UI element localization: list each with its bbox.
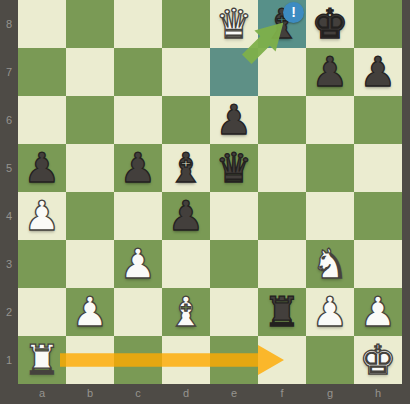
square-c4[interactable] bbox=[114, 192, 162, 240]
square-h8[interactable] bbox=[354, 0, 402, 48]
square-d1[interactable] bbox=[162, 336, 210, 384]
file-label-f: f bbox=[258, 384, 306, 404]
rank-label-5: 5 bbox=[0, 144, 18, 192]
square-a1[interactable]: ♜ bbox=[18, 336, 66, 384]
square-f2[interactable]: ♜ bbox=[258, 288, 306, 336]
square-d2[interactable]: ♝ bbox=[162, 288, 210, 336]
square-d7[interactable] bbox=[162, 48, 210, 96]
square-e1[interactable] bbox=[210, 336, 258, 384]
square-f8[interactable]: ♝ bbox=[258, 0, 306, 48]
square-h3[interactable] bbox=[354, 240, 402, 288]
square-g2[interactable]: ♟ bbox=[306, 288, 354, 336]
file-labels: abcdefgh bbox=[18, 384, 402, 404]
piece-white-pawn[interactable]: ♟ bbox=[306, 288, 354, 336]
piece-white-king[interactable]: ♚ bbox=[354, 336, 402, 384]
square-h6[interactable] bbox=[354, 96, 402, 144]
square-c5[interactable]: ♟ bbox=[114, 144, 162, 192]
piece-white-bishop[interactable]: ♝ bbox=[162, 288, 210, 336]
square-b7[interactable] bbox=[66, 48, 114, 96]
square-c2[interactable] bbox=[114, 288, 162, 336]
square-g4[interactable] bbox=[306, 192, 354, 240]
piece-white-pawn[interactable]: ♟ bbox=[66, 288, 114, 336]
file-label-b: b bbox=[66, 384, 114, 404]
square-d3[interactable] bbox=[162, 240, 210, 288]
chess-board[interactable]: ♛♝♚♟♟♟♟♟♝♛♟♟♟♞♟♝♜♟♟♜♚ bbox=[18, 0, 402, 384]
square-e8[interactable]: ♛ bbox=[210, 0, 258, 48]
square-f6[interactable] bbox=[258, 96, 306, 144]
square-g1[interactable] bbox=[306, 336, 354, 384]
file-label-d: d bbox=[162, 384, 210, 404]
piece-white-pawn[interactable]: ♟ bbox=[354, 288, 402, 336]
square-g5[interactable] bbox=[306, 144, 354, 192]
square-d5[interactable]: ♝ bbox=[162, 144, 210, 192]
square-e2[interactable] bbox=[210, 288, 258, 336]
piece-white-pawn[interactable]: ♟ bbox=[18, 192, 66, 240]
square-b1[interactable] bbox=[66, 336, 114, 384]
file-label-a: a bbox=[18, 384, 66, 404]
rank-label-2: 2 bbox=[0, 288, 18, 336]
square-e7[interactable] bbox=[210, 48, 258, 96]
square-g8[interactable]: ♚ bbox=[306, 0, 354, 48]
rank-label-4: 4 bbox=[0, 192, 18, 240]
square-a5[interactable]: ♟ bbox=[18, 144, 66, 192]
square-g7[interactable]: ♟ bbox=[306, 48, 354, 96]
chess-app-stage: 87654321 ♛♝♚♟♟♟♟♟♝♛♟♟♟♞♟♝♜♟♟♜♚ abcdefgh … bbox=[0, 0, 410, 404]
file-label-c: c bbox=[114, 384, 162, 404]
square-a3[interactable] bbox=[18, 240, 66, 288]
file-label-g: g bbox=[306, 384, 354, 404]
square-b6[interactable] bbox=[66, 96, 114, 144]
piece-black-bishop[interactable]: ♝ bbox=[258, 0, 306, 48]
square-e6[interactable]: ♟ bbox=[210, 96, 258, 144]
piece-black-pawn[interactable]: ♟ bbox=[210, 96, 258, 144]
square-f1[interactable] bbox=[258, 336, 306, 384]
square-e3[interactable] bbox=[210, 240, 258, 288]
piece-white-knight[interactable]: ♞ bbox=[306, 240, 354, 288]
square-f7[interactable] bbox=[258, 48, 306, 96]
square-c8[interactable] bbox=[114, 0, 162, 48]
piece-black-pawn[interactable]: ♟ bbox=[162, 192, 210, 240]
square-a4[interactable]: ♟ bbox=[18, 192, 66, 240]
file-label-e: e bbox=[210, 384, 258, 404]
piece-black-queen[interactable]: ♛ bbox=[210, 144, 258, 192]
square-e4[interactable] bbox=[210, 192, 258, 240]
square-h1[interactable]: ♚ bbox=[354, 336, 402, 384]
square-c1[interactable] bbox=[114, 336, 162, 384]
square-f3[interactable] bbox=[258, 240, 306, 288]
piece-black-pawn[interactable]: ♟ bbox=[354, 48, 402, 96]
rank-label-3: 3 bbox=[0, 240, 18, 288]
square-e5[interactable]: ♛ bbox=[210, 144, 258, 192]
piece-black-king[interactable]: ♚ bbox=[306, 0, 354, 48]
square-d6[interactable] bbox=[162, 96, 210, 144]
square-b5[interactable] bbox=[66, 144, 114, 192]
rank-label-1: 1 bbox=[0, 336, 18, 384]
square-g3[interactable]: ♞ bbox=[306, 240, 354, 288]
square-f5[interactable] bbox=[258, 144, 306, 192]
square-d8[interactable] bbox=[162, 0, 210, 48]
square-b3[interactable] bbox=[66, 240, 114, 288]
piece-black-pawn[interactable]: ♟ bbox=[306, 48, 354, 96]
square-a6[interactable] bbox=[18, 96, 66, 144]
square-h5[interactable] bbox=[354, 144, 402, 192]
square-g6[interactable] bbox=[306, 96, 354, 144]
square-c7[interactable] bbox=[114, 48, 162, 96]
square-c3[interactable]: ♟ bbox=[114, 240, 162, 288]
piece-black-rook[interactable]: ♜ bbox=[258, 288, 306, 336]
rank-label-8: 8 bbox=[0, 0, 18, 48]
rank-labels: 87654321 bbox=[0, 0, 18, 384]
square-a2[interactable] bbox=[18, 288, 66, 336]
square-a7[interactable] bbox=[18, 48, 66, 96]
rank-label-6: 6 bbox=[0, 96, 18, 144]
square-d4[interactable]: ♟ bbox=[162, 192, 210, 240]
piece-white-queen[interactable]: ♛ bbox=[210, 0, 258, 48]
rank-label-7: 7 bbox=[0, 48, 18, 96]
square-b2[interactable]: ♟ bbox=[66, 288, 114, 336]
square-c6[interactable] bbox=[114, 96, 162, 144]
piece-white-rook[interactable]: ♜ bbox=[18, 336, 66, 384]
square-f4[interactable] bbox=[258, 192, 306, 240]
square-h7[interactable]: ♟ bbox=[354, 48, 402, 96]
piece-black-bishop[interactable]: ♝ bbox=[162, 144, 210, 192]
square-h2[interactable]: ♟ bbox=[354, 288, 402, 336]
file-label-h: h bbox=[354, 384, 402, 404]
square-b4[interactable] bbox=[66, 192, 114, 240]
piece-white-pawn[interactable]: ♟ bbox=[114, 240, 162, 288]
piece-black-pawn[interactable]: ♟ bbox=[18, 144, 66, 192]
piece-black-pawn[interactable]: ♟ bbox=[114, 144, 162, 192]
square-a8[interactable] bbox=[18, 0, 66, 48]
square-h4[interactable] bbox=[354, 192, 402, 240]
square-b8[interactable] bbox=[66, 0, 114, 48]
